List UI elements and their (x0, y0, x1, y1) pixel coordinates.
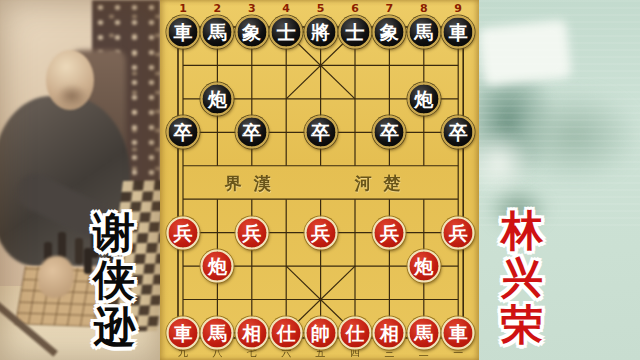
piece-red-仕-c4r10[interactable]: 仕 (270, 316, 303, 349)
left-player-name: 谢侠逊 (88, 209, 140, 350)
column-number-top-6: 6 (351, 3, 359, 15)
board-grid-lines (160, 0, 479, 360)
video-frame: 123456789 界漢河楚 九八七六五四三二一 車馬象士將士象馬車炮炮卒卒卒卒… (0, 0, 640, 360)
piece-black-馬-c8r1[interactable]: 馬 (407, 16, 440, 49)
piece-red-馬-c2r10[interactable]: 馬 (201, 316, 234, 349)
river-char: 河 (355, 172, 372, 195)
piece-black-象-c3r1[interactable]: 象 (235, 16, 268, 49)
player-name-char: 林 (501, 207, 543, 254)
piece-black-卒-c5r4[interactable]: 卒 (304, 116, 337, 149)
player-name-char: 兴 (501, 254, 543, 301)
column-number-top-5: 5 (317, 3, 325, 15)
river-char: 漢 (254, 172, 271, 195)
piece-black-車-c9r1[interactable]: 車 (442, 16, 475, 49)
piece-black-卒-c1r4[interactable]: 卒 (167, 116, 200, 149)
piece-black-卒-c7r4[interactable]: 卒 (373, 116, 406, 149)
column-number-top-4: 4 (282, 3, 290, 15)
piece-black-炮-c8r3[interactable]: 炮 (407, 82, 440, 115)
xiangqi-board: 123456789 界漢河楚 九八七六五四三二一 車馬象士將士象馬車炮炮卒卒卒卒… (160, 0, 479, 360)
piece-red-相-c3r10[interactable]: 相 (235, 316, 268, 349)
piece-red-車-c1r10[interactable]: 車 (167, 316, 200, 349)
river-char: 界 (225, 172, 242, 195)
piece-red-相-c7r10[interactable]: 相 (373, 316, 406, 349)
piece-red-仕-c6r10[interactable]: 仕 (339, 316, 372, 349)
column-number-top-3: 3 (248, 3, 256, 15)
piece-red-兵-c3r7[interactable]: 兵 (235, 216, 268, 249)
column-number-top-9: 9 (454, 3, 462, 15)
piece-red-兵-c9r7[interactable]: 兵 (442, 216, 475, 249)
piece-red-馬-c8r10[interactable]: 馬 (407, 316, 440, 349)
piece-red-兵-c5r7[interactable]: 兵 (304, 216, 337, 249)
piece-red-兵-c1r7[interactable]: 兵 (167, 216, 200, 249)
piece-black-卒-c9r4[interactable]: 卒 (442, 116, 475, 149)
piece-black-士-c4r1[interactable]: 士 (270, 16, 303, 49)
column-number-top-1: 1 (179, 3, 187, 15)
column-number-top-7: 7 (386, 3, 394, 15)
piece-black-馬-c2r1[interactable]: 馬 (201, 16, 234, 49)
right-player-name: 林兴荣 (496, 207, 548, 348)
piece-black-將-c5r1[interactable]: 將 (304, 16, 337, 49)
column-number-top-2: 2 (214, 3, 222, 15)
piece-red-兵-c7r7[interactable]: 兵 (373, 216, 406, 249)
piece-red-炮-c2r8[interactable]: 炮 (201, 250, 234, 283)
player-name-char: 谢 (93, 209, 135, 256)
player-name-char: 逊 (93, 303, 135, 350)
player-name-char: 荣 (501, 301, 543, 348)
piece-black-象-c7r1[interactable]: 象 (373, 16, 406, 49)
piece-black-炮-c2r3[interactable]: 炮 (201, 82, 234, 115)
piece-black-車-c1r1[interactable]: 車 (167, 16, 200, 49)
piece-red-炮-c8r8[interactable]: 炮 (407, 250, 440, 283)
column-number-top-8: 8 (420, 3, 428, 15)
player-name-char: 侠 (93, 256, 135, 303)
piece-red-帥-c5r10[interactable]: 帥 (304, 316, 337, 349)
river-char: 楚 (384, 172, 401, 195)
piece-black-卒-c3r4[interactable]: 卒 (235, 116, 268, 149)
piece-black-士-c6r1[interactable]: 士 (339, 16, 372, 49)
piece-red-車-c9r10[interactable]: 車 (442, 316, 475, 349)
photo-scanlines (479, 0, 640, 230)
